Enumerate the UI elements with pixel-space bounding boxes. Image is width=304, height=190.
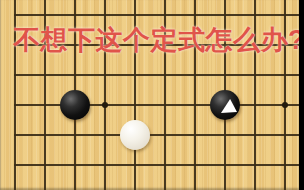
star-point xyxy=(102,102,108,108)
grid-line-horizontal xyxy=(14,164,299,166)
black-stone[interactable] xyxy=(210,90,240,120)
letterbox-bar-right xyxy=(299,0,304,190)
grid-line-horizontal xyxy=(14,134,299,136)
triangle-marker xyxy=(221,99,237,113)
grid-line-horizontal xyxy=(14,74,299,76)
white-stone[interactable] xyxy=(120,120,150,150)
title-overlay: 不想下这个定式怎么办? xyxy=(13,26,299,55)
star-point xyxy=(282,102,288,108)
grid-line-horizontal xyxy=(14,14,299,16)
grid-line-horizontal xyxy=(14,104,299,106)
video-frame: 不想下这个定式怎么办? xyxy=(0,0,304,190)
black-stone[interactable] xyxy=(60,90,90,120)
